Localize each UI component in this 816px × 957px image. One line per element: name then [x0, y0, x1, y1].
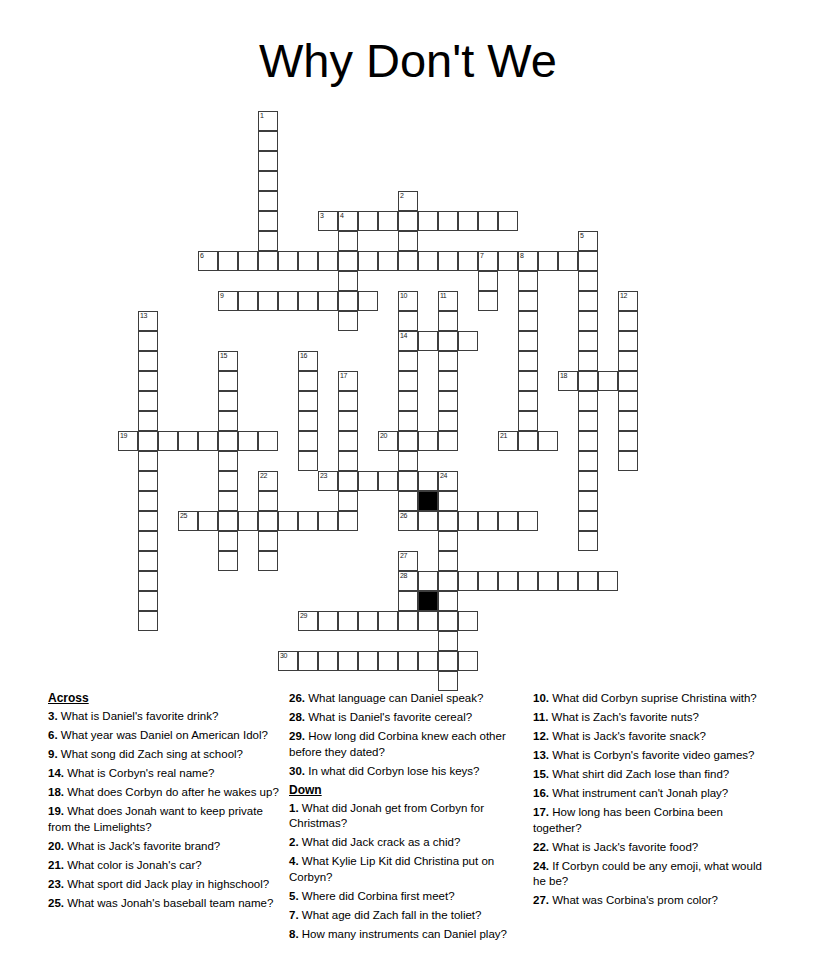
grid-cell[interactable]: [358, 611, 378, 631]
grid-cell[interactable]: [218, 491, 238, 511]
grid-cell[interactable]: [398, 231, 418, 251]
grid-cell[interactable]: [138, 591, 158, 611]
grid-cell[interactable]: [258, 211, 278, 231]
grid-cell[interactable]: [158, 431, 178, 451]
grid-cell[interactable]: [438, 431, 458, 451]
grid-cell[interactable]: [138, 391, 158, 411]
clue-item: 3. What is Daniel's favorite drink?: [48, 709, 281, 725]
grid-cell[interactable]: [298, 651, 318, 671]
cell-number: 16: [300, 352, 307, 360]
grid-cell[interactable]: [478, 271, 498, 291]
grid-cell[interactable]: [578, 451, 598, 471]
clue-number: 24.: [533, 860, 549, 872]
grid-cell[interactable]: [358, 291, 378, 311]
grid-cell[interactable]: 12: [618, 291, 638, 311]
grid-cell[interactable]: [438, 211, 458, 231]
grid-cell[interactable]: [518, 291, 538, 311]
clue-number: 10.: [533, 692, 549, 704]
grid-cell[interactable]: [478, 571, 498, 591]
clue-item: 24. If Corbyn could be any emoji, what w…: [533, 859, 766, 890]
grid-cell[interactable]: [318, 651, 338, 671]
grid-cell[interactable]: [218, 391, 238, 411]
cell-number: 24: [440, 472, 447, 480]
clue-item: 11. What is Zach's favorite nuts?: [533, 710, 766, 726]
clue-number: 7.: [289, 909, 299, 921]
grid-cell[interactable]: 23: [318, 471, 338, 491]
grid-cell[interactable]: [138, 551, 158, 571]
grid-cell[interactable]: [438, 591, 458, 611]
grid-cell[interactable]: [618, 351, 638, 371]
grid-cell[interactable]: [338, 411, 358, 431]
grid-cell[interactable]: [398, 491, 418, 511]
grid-cell[interactable]: [418, 211, 438, 231]
clue-item: 30. In what did Corbyn lose his keys?: [289, 764, 522, 780]
clue-item: 13. What is Corbyn's favorite video game…: [533, 748, 766, 764]
grid-cell[interactable]: [458, 251, 478, 271]
grid-cell[interactable]: 25: [178, 511, 198, 531]
grid-cell[interactable]: 20: [378, 431, 398, 451]
grid-cell[interactable]: [538, 571, 558, 591]
grid-cell[interactable]: [218, 411, 238, 431]
grid-cell[interactable]: [518, 351, 538, 371]
grid-cell[interactable]: [258, 251, 278, 271]
clue-number: 23.: [48, 878, 64, 890]
grid-cell[interactable]: [438, 411, 458, 431]
grid-cell[interactable]: [338, 511, 358, 531]
clue-number: 2.: [289, 836, 299, 848]
grid-cell[interactable]: [258, 171, 278, 191]
grid-cell[interactable]: [358, 651, 378, 671]
clue-number: 13.: [533, 749, 549, 761]
grid-cell[interactable]: [578, 511, 598, 531]
clue-item: 29. How long did Corbina knew each other…: [289, 729, 522, 760]
grid-cell[interactable]: [278, 511, 298, 531]
grid-cell[interactable]: [398, 311, 418, 331]
grid-cell[interactable]: [618, 371, 638, 391]
grid-cell[interactable]: [318, 251, 338, 271]
grid-cell[interactable]: [438, 351, 458, 371]
grid-cell[interactable]: [138, 351, 158, 371]
clue-number: 18.: [48, 786, 64, 798]
grid-cell[interactable]: [398, 371, 418, 391]
grid-cell[interactable]: [478, 511, 498, 531]
grid-cell[interactable]: [338, 291, 358, 311]
grid-cell[interactable]: [258, 491, 278, 511]
cell-number: 25: [180, 512, 187, 520]
clue-item: 23. What sport did Jack play in highscho…: [48, 877, 281, 893]
grid-cell[interactable]: 28: [398, 571, 418, 591]
grid-cell[interactable]: [438, 631, 458, 651]
grid-cell[interactable]: [578, 251, 598, 271]
grid-cell[interactable]: [178, 431, 198, 451]
grid-cell[interactable]: 10: [398, 291, 418, 311]
grid-cell[interactable]: 9: [218, 291, 238, 311]
clue-number: 30.: [289, 765, 305, 777]
grid-cell[interactable]: [458, 651, 478, 671]
clue-item: 8. How many instruments can Daniel play?: [289, 927, 522, 943]
grid-cell[interactable]: [438, 331, 458, 351]
grid-cell[interactable]: [258, 131, 278, 151]
cell-number: 6: [200, 252, 203, 260]
grid-cell[interactable]: [238, 291, 258, 311]
grid-cell[interactable]: [618, 431, 638, 451]
grid-cell[interactable]: [358, 211, 378, 231]
grid-cell[interactable]: [618, 331, 638, 351]
grid-cell[interactable]: [418, 651, 438, 671]
grid-cell[interactable]: [578, 331, 598, 351]
grid-cell[interactable]: [198, 431, 218, 451]
grid-cell[interactable]: [498, 211, 518, 231]
grid-cell[interactable]: [438, 571, 458, 591]
cell-number: 8: [520, 252, 523, 260]
grid-cell[interactable]: [458, 611, 478, 631]
grid-cell[interactable]: [358, 471, 378, 491]
clue-number: 17.: [533, 806, 549, 818]
grid-cell[interactable]: [338, 431, 358, 451]
grid-cell[interactable]: [258, 291, 278, 311]
clue-item: 26. What language can Daniel speak?: [289, 691, 522, 707]
cell-number: 26: [400, 512, 407, 520]
clue-item: 22. What is Jack's favorite food?: [533, 840, 766, 856]
grid-cell[interactable]: [398, 351, 418, 371]
grid-cell[interactable]: 2: [398, 191, 418, 211]
grid-cell[interactable]: [498, 571, 518, 591]
grid-cell[interactable]: [478, 211, 498, 231]
grid-cell[interactable]: [238, 431, 258, 451]
grid-cell[interactable]: [258, 191, 278, 211]
grid-cell[interactable]: 21: [498, 431, 518, 451]
grid-cell[interactable]: [258, 511, 278, 531]
grid-cell[interactable]: [438, 391, 458, 411]
grid-cell[interactable]: [218, 551, 238, 571]
grid-cell[interactable]: [398, 611, 418, 631]
grid-cell[interactable]: [498, 511, 518, 531]
grid-cell[interactable]: [578, 271, 598, 291]
grid-cell[interactable]: [618, 311, 638, 331]
grid-cell[interactable]: [578, 351, 598, 371]
grid-cell[interactable]: [318, 291, 338, 311]
grid-cell[interactable]: [578, 471, 598, 491]
grid-cell[interactable]: 22: [258, 471, 278, 491]
down-header: Down: [289, 783, 522, 797]
grid-cell[interactable]: 1: [258, 111, 278, 131]
grid-cell[interactable]: [298, 391, 318, 411]
grid-cell[interactable]: [378, 651, 398, 671]
grid-cell[interactable]: [438, 651, 458, 671]
grid-cell[interactable]: [578, 531, 598, 551]
clue-number: 14.: [48, 767, 64, 779]
grid-cell[interactable]: [338, 311, 358, 331]
grid-cell[interactable]: [298, 411, 318, 431]
grid-cell[interactable]: 19: [118, 431, 138, 451]
grid-cell[interactable]: [618, 451, 638, 471]
clues-column-middle: 26. What language can Daniel speak?28. W…: [289, 691, 522, 946]
grid-cell[interactable]: [418, 571, 438, 591]
grid-cell[interactable]: [338, 271, 358, 291]
grid-cell[interactable]: [578, 371, 598, 391]
grid-cell[interactable]: 24: [438, 471, 458, 491]
grid-cell[interactable]: 15: [218, 351, 238, 371]
grid-cell[interactable]: [338, 451, 358, 471]
grid-cell[interactable]: 8: [518, 251, 538, 271]
grid-cell[interactable]: [518, 391, 538, 411]
grid-cell[interactable]: [218, 431, 238, 451]
grid-cell[interactable]: [598, 571, 618, 591]
grid-cell[interactable]: 17: [338, 371, 358, 391]
grid-cell[interactable]: [258, 531, 278, 551]
grid-cell[interactable]: [418, 251, 438, 271]
grid-cell[interactable]: [298, 371, 318, 391]
grid-cell[interactable]: [138, 571, 158, 591]
grid-cell[interactable]: [458, 331, 478, 351]
grid-cell[interactable]: [338, 391, 358, 411]
grid-cell[interactable]: [438, 671, 458, 691]
cell-number: 7: [480, 252, 483, 260]
grid-cell[interactable]: [398, 211, 418, 231]
cell-number: 1: [260, 112, 263, 120]
grid-cell[interactable]: [518, 331, 538, 351]
clue-item: 28. What is Daniel's favorite cereal?: [289, 710, 522, 726]
grid-cell[interactable]: [138, 491, 158, 511]
grid-cell[interactable]: [438, 371, 458, 391]
clue-item: 25. What was Jonah's baseball team name?: [48, 896, 281, 912]
clue-number: 6.: [48, 729, 58, 741]
grid-cell[interactable]: 30: [278, 651, 298, 671]
grid-cell[interactable]: [318, 511, 338, 531]
grid-cell[interactable]: [138, 611, 158, 631]
grid-cell[interactable]: [518, 371, 538, 391]
grid-cell[interactable]: [398, 391, 418, 411]
grid-cell[interactable]: [438, 251, 458, 271]
grid-cell[interactable]: [578, 491, 598, 511]
grid-cell[interactable]: [138, 411, 158, 431]
grid-cell[interactable]: [498, 251, 518, 271]
grid-cell[interactable]: 7: [478, 251, 498, 271]
clue-item: 7. What age did Zach fall in the toliet?: [289, 908, 522, 924]
clue-item: 27. What was Corbina's prom color?: [533, 893, 766, 909]
clue-number: 4.: [289, 855, 299, 867]
grid-cell[interactable]: [298, 451, 318, 471]
grid-cell[interactable]: [258, 431, 278, 451]
grid-cell[interactable]: [258, 551, 278, 571]
grid-cell[interactable]: 11: [438, 291, 458, 311]
grid-cell[interactable]: [378, 211, 398, 231]
clue-item: 20. What is Jack's favorite brand?: [48, 839, 281, 855]
clue-number: 1.: [289, 802, 299, 814]
grid-cell[interactable]: 16: [298, 351, 318, 371]
cell-number: 20: [380, 432, 387, 440]
grid-cell[interactable]: [418, 331, 438, 351]
grid-cell[interactable]: [618, 411, 638, 431]
grid-cell[interactable]: [438, 531, 458, 551]
grid-cell[interactable]: [318, 611, 338, 631]
grid-cell[interactable]: 29: [298, 611, 318, 631]
grid-cell[interactable]: [538, 251, 558, 271]
grid-cell[interactable]: 14: [398, 331, 418, 351]
clues-column-right: 10. What did Corbyn suprise Christina wi…: [533, 691, 766, 912]
grid-cell[interactable]: [218, 371, 238, 391]
clue-item: 18. What does Corbyn do after he wakes u…: [48, 785, 281, 801]
clue-item: 14. What is Corbyn's real name?: [48, 766, 281, 782]
clue-item: 10. What did Corbyn suprise Christina wi…: [533, 691, 766, 707]
grid-cell[interactable]: [578, 291, 598, 311]
grid-cell[interactable]: [138, 331, 158, 351]
cell-number: 22: [260, 472, 267, 480]
cell-number: 4: [340, 212, 343, 220]
grid-cell[interactable]: 13: [138, 311, 158, 331]
cell-number: 21: [500, 432, 507, 440]
grid-cell[interactable]: [438, 311, 458, 331]
grid-cell[interactable]: [398, 251, 418, 271]
clue-number: 8.: [289, 928, 299, 940]
cell-number: 30: [280, 652, 287, 660]
grid-cell[interactable]: [398, 411, 418, 431]
grid-cell[interactable]: [618, 391, 638, 411]
clues-column-left: Across3. What is Daniel's favorite drink…: [48, 691, 281, 915]
cell-number: 13: [140, 312, 147, 320]
grid-cell[interactable]: [238, 251, 258, 271]
grid-cell[interactable]: [438, 491, 458, 511]
clue-item: 15. What shirt did Zach lose than find?: [533, 767, 766, 783]
grid-cell[interactable]: [398, 591, 418, 611]
grid-cell[interactable]: [418, 431, 438, 451]
grid-cell[interactable]: [518, 311, 538, 331]
grid-cell[interactable]: 3: [318, 211, 338, 231]
grid-cell[interactable]: [578, 411, 598, 431]
grid-cell[interactable]: [338, 651, 358, 671]
grid-cell[interactable]: [138, 371, 158, 391]
cell-number: 23: [320, 472, 327, 480]
grid-cell[interactable]: [438, 511, 458, 531]
grid-cell[interactable]: [138, 451, 158, 471]
clue-item: 21. What color is Jonah's car?: [48, 858, 281, 874]
cell-number: 9: [220, 292, 223, 300]
grid-cell[interactable]: 27: [398, 551, 418, 571]
grid-cell[interactable]: [218, 531, 238, 551]
grid-cell[interactable]: 26: [398, 511, 418, 531]
clue-item: 12. What is Jack's favorite snack?: [533, 729, 766, 745]
clue-number: 11.: [533, 711, 548, 723]
grid-cell[interactable]: [438, 611, 458, 631]
grid-cell[interactable]: [578, 311, 598, 331]
grid-cell[interactable]: [358, 251, 378, 271]
grid-cell[interactable]: 5: [578, 231, 598, 251]
grid-cell[interactable]: [538, 431, 558, 451]
grid-cell[interactable]: [338, 611, 358, 631]
grid-cell[interactable]: [218, 511, 238, 531]
grid-cell[interactable]: [378, 471, 398, 491]
clue-item: 6. What year was Daniel on American Idol…: [48, 728, 281, 744]
grid-cell[interactable]: [398, 471, 418, 491]
clue-number: 5.: [289, 890, 299, 902]
grid-cell[interactable]: [338, 251, 358, 271]
clue-item: 16. What instrument can't Jonah play?: [533, 786, 766, 802]
grid-cell[interactable]: [418, 511, 438, 531]
grid-cell[interactable]: [338, 491, 358, 511]
grid-cell[interactable]: [378, 251, 398, 271]
clue-number: 16.: [533, 787, 549, 799]
grid-cell[interactable]: [398, 651, 418, 671]
grid-cell[interactable]: [198, 511, 218, 531]
grid-cell[interactable]: 6: [198, 251, 218, 271]
grid-cell[interactable]: [138, 471, 158, 491]
grid-cell[interactable]: [258, 231, 278, 251]
grid-cell[interactable]: [578, 431, 598, 451]
grid-cell[interactable]: [518, 411, 538, 431]
clue-item: 17. How long has been Corbina been toget…: [533, 805, 766, 836]
clue-item: 4. What Kylie Lip Kit did Christina put …: [289, 854, 522, 885]
clue-number: 20.: [48, 840, 64, 852]
cell-number: 27: [400, 552, 407, 560]
grid-cell[interactable]: [138, 531, 158, 551]
grid-cell[interactable]: [218, 451, 238, 471]
clue-number: 12.: [533, 730, 549, 742]
grid-cell[interactable]: [578, 391, 598, 411]
grid-cell[interactable]: [338, 231, 358, 251]
grid-cell[interactable]: 18: [558, 371, 578, 391]
black-cell: [418, 491, 438, 511]
grid-cell[interactable]: 4: [338, 211, 358, 231]
cell-number: 12: [620, 292, 627, 300]
grid-cell[interactable]: [238, 511, 258, 531]
grid-cell[interactable]: [578, 571, 598, 591]
grid-cell[interactable]: [518, 271, 538, 291]
grid-cell[interactable]: [458, 571, 478, 591]
clue-number: 27.: [533, 894, 549, 906]
clue-number: 15.: [533, 768, 549, 780]
crossword-page: Why Don't We 123456789101112131415161718…: [0, 0, 816, 957]
grid-cell[interactable]: [438, 551, 458, 571]
grid-cell[interactable]: [398, 451, 418, 471]
grid-cell[interactable]: [518, 571, 538, 591]
grid-cell[interactable]: [138, 511, 158, 531]
grid-cell[interactable]: [298, 431, 318, 451]
grid-cell[interactable]: [278, 251, 298, 271]
clue-number: 22.: [533, 841, 549, 853]
grid-cell[interactable]: [218, 251, 238, 271]
grid-cell[interactable]: [598, 371, 618, 391]
cell-number: 28: [400, 572, 407, 580]
grid-cell[interactable]: [518, 431, 538, 451]
cell-number: 15: [220, 352, 227, 360]
grid-cell[interactable]: [298, 511, 318, 531]
grid-cell[interactable]: [558, 251, 578, 271]
grid-cell[interactable]: [418, 471, 438, 491]
clue-item: 5. Where did Corbina first meet?: [289, 889, 522, 905]
grid-cell[interactable]: [558, 571, 578, 591]
cell-number: 17: [340, 372, 347, 380]
grid-cell[interactable]: [458, 511, 478, 531]
grid-cell[interactable]: [398, 431, 418, 451]
grid-cell[interactable]: [338, 471, 358, 491]
grid-cell[interactable]: [478, 291, 498, 311]
grid-cell[interactable]: [298, 291, 318, 311]
grid-cell[interactable]: [458, 211, 478, 231]
clue-item: 2. What did Jack crack as a chid?: [289, 835, 522, 851]
grid-cell[interactable]: [418, 611, 438, 631]
grid-cell[interactable]: [298, 251, 318, 271]
clue-item: 9. What song did Zach sing at school?: [48, 747, 281, 763]
grid-cell[interactable]: [378, 611, 398, 631]
cell-number: 11: [440, 292, 446, 300]
grid-cell[interactable]: [218, 471, 238, 491]
clue-number: 21.: [48, 859, 64, 871]
grid-cell[interactable]: [258, 151, 278, 171]
grid-cell[interactable]: [278, 291, 298, 311]
grid-cell[interactable]: [518, 511, 538, 531]
grid-cell[interactable]: [138, 431, 158, 451]
black-cell: [418, 591, 438, 611]
